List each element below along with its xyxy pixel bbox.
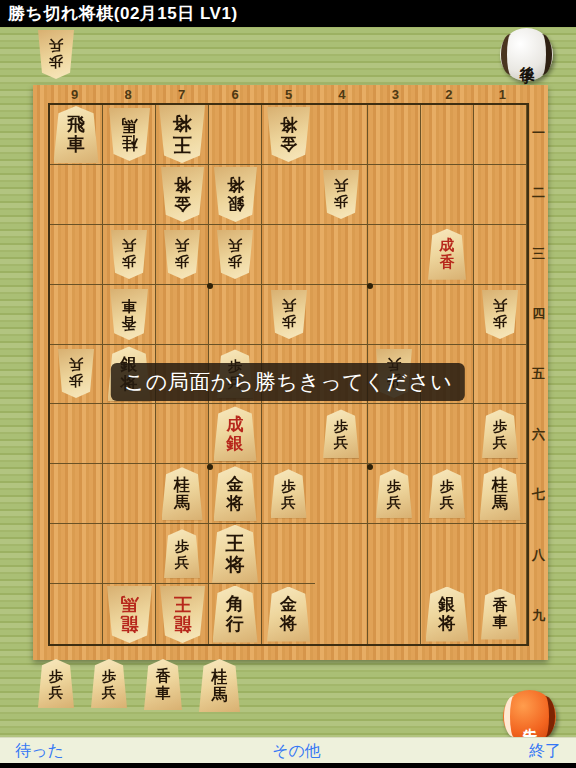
piece-gote-歩兵[interactable]: 歩兵 <box>323 170 359 219</box>
board-cell[interactable] <box>50 225 103 285</box>
board-cell[interactable]: 歩兵 <box>262 285 315 345</box>
board-cell[interactable]: 歩兵 <box>262 464 315 524</box>
rank-label: 一 <box>529 103 548 163</box>
board-cell[interactable] <box>50 165 103 225</box>
piece-gote-歩兵[interactable]: 歩兵 <box>271 290 307 339</box>
board-cell[interactable] <box>103 404 156 464</box>
piece-gote-龍馬[interactable]: 龍馬 <box>107 586 152 643</box>
board-cell[interactable]: 王将 <box>209 524 262 584</box>
piece-gote-歩兵[interactable]: 歩兵 <box>217 230 253 279</box>
board-cell[interactable]: 歩兵 <box>50 345 103 405</box>
board-cell[interactable] <box>474 165 527 225</box>
rank-label: 九 <box>529 586 548 646</box>
file-label: 7 <box>155 85 208 103</box>
rank-label: 五 <box>529 344 548 404</box>
piece-sente-桂馬[interactable]: 桂馬 <box>162 467 203 520</box>
piece-sente-角行[interactable]: 角行 <box>213 586 258 643</box>
gote-captured-tray: 歩兵 <box>38 30 74 79</box>
gote-player-badge: 後手 <box>500 28 553 81</box>
board-cell[interactable]: 桂馬 <box>474 464 527 524</box>
piece-gote-銀将[interactable]: 銀将 <box>214 167 257 222</box>
board-cell[interactable] <box>262 404 315 464</box>
sente-player-badge: 先手 <box>503 690 556 743</box>
piece-gote-歩兵[interactable]: 歩兵 <box>164 230 200 279</box>
piece-gote-龍王[interactable]: 龍王 <box>160 586 205 643</box>
board-cell[interactable] <box>474 105 527 165</box>
board-cell[interactable]: 金将 <box>262 105 315 165</box>
board-cell[interactable] <box>421 105 474 165</box>
rank-label: 二 <box>529 163 548 223</box>
rank-label: 六 <box>529 405 548 465</box>
puzzle-instruction-overlay: この局面から勝ちきってください <box>111 363 465 401</box>
board-cell[interactable] <box>209 105 262 165</box>
board-cell[interactable] <box>368 584 421 644</box>
piece-gote-金将[interactable]: 金将 <box>267 107 310 162</box>
star-point <box>207 283 213 289</box>
rank-label: 三 <box>529 224 548 284</box>
board-cell[interactable]: 龍馬 <box>103 584 156 644</box>
board-cell[interactable] <box>474 345 527 405</box>
board-cell[interactable] <box>156 285 209 345</box>
board-cell[interactable] <box>421 285 474 345</box>
piece-sente-香車[interactable]: 香車 <box>481 589 519 640</box>
board-cell[interactable]: 銀将 <box>209 165 262 225</box>
board-cell[interactable] <box>368 225 421 285</box>
sente-captured-tray: 歩兵歩兵香車桂馬 <box>38 659 240 712</box>
board-cell[interactable] <box>474 524 527 584</box>
piece-gote-歩兵[interactable]: 歩兵 <box>482 290 518 339</box>
board-cell[interactable] <box>315 285 368 345</box>
board-cell[interactable]: 飛車 <box>50 105 103 165</box>
board-cell[interactable]: 龍王 <box>156 584 209 644</box>
file-label: 6 <box>208 85 261 103</box>
file-label: 4 <box>315 85 368 103</box>
piece-sente-金将[interactable]: 金将 <box>214 466 257 521</box>
piece-sente-歩兵[interactable]: 歩兵 <box>323 409 359 458</box>
board-cell[interactable] <box>315 225 368 285</box>
board-cell[interactable] <box>103 165 156 225</box>
piece-sente-歩兵[interactable]: 歩兵 <box>429 469 465 518</box>
piece-sente-歩兵[interactable]: 歩兵 <box>91 659 127 708</box>
file-label: 2 <box>422 85 475 103</box>
board-cell[interactable]: 成香 <box>421 225 474 285</box>
board-cell[interactable] <box>262 165 315 225</box>
board-cell[interactable] <box>50 404 103 464</box>
board-cell[interactable]: 歩兵 <box>368 464 421 524</box>
rank-label: 七 <box>529 465 548 525</box>
board-cell[interactable] <box>315 584 368 644</box>
board-cell[interactable]: 銀将 <box>421 584 474 644</box>
piece-sente-歩兵[interactable]: 歩兵 <box>376 469 412 518</box>
board-cell[interactable] <box>262 524 315 584</box>
file-label: 5 <box>262 85 315 103</box>
board-cell[interactable] <box>103 464 156 524</box>
board-cell[interactable]: 歩兵 <box>103 225 156 285</box>
piece-gote-歩兵[interactable]: 歩兵 <box>111 230 147 279</box>
board-cell[interactable]: 金将 <box>156 165 209 225</box>
piece-gote-歩兵[interactable]: 歩兵 <box>58 349 94 398</box>
piece-sente-歩兵[interactable]: 歩兵 <box>271 469 307 518</box>
piece-sente-成銀[interactable]: 成銀 <box>214 406 257 461</box>
piece-sente-香車[interactable]: 香車 <box>144 659 182 710</box>
board-cell[interactable]: 歩兵 <box>474 285 527 345</box>
board-cell[interactable]: 桂馬 <box>156 464 209 524</box>
quit-button[interactable]: 終了 <box>514 741 576 762</box>
board-cell[interactable]: 歩兵 <box>474 404 527 464</box>
board-cell[interactable]: 金将 <box>209 464 262 524</box>
gote-badge-label: 後手 <box>517 54 536 56</box>
undo-button[interactable]: 待った <box>0 741 79 762</box>
board-cell[interactable] <box>421 165 474 225</box>
board-cell[interactable] <box>156 404 209 464</box>
rank-coordinate-labels: 一二三四五六七八九 <box>529 103 548 646</box>
piece-gote-王将[interactable]: 王将 <box>159 105 205 163</box>
piece-sente-桂馬[interactable]: 桂馬 <box>199 659 240 712</box>
file-coordinate-labels: 987654321 <box>48 85 529 103</box>
piece-sente-歩兵[interactable]: 歩兵 <box>482 409 518 458</box>
home-indicator-strip <box>0 763 576 768</box>
piece-sente-王将[interactable]: 王将 <box>212 525 258 583</box>
board-cell[interactable]: 角行 <box>209 584 262 644</box>
piece-sente-歩兵[interactable]: 歩兵 <box>164 529 200 578</box>
board-cell[interactable] <box>315 105 368 165</box>
board-cell[interactable] <box>50 285 103 345</box>
file-label: 1 <box>476 85 529 103</box>
file-label: 8 <box>101 85 154 103</box>
board-cell[interactable]: 成銀 <box>209 404 262 464</box>
file-label: 3 <box>369 85 422 103</box>
piece-gote-金将[interactable]: 金将 <box>161 167 204 222</box>
board-cell[interactable] <box>262 225 315 285</box>
app-screen: 勝ち切れ将棋(02月15日 LV1) 歩兵 後手 987654321 一二三四五… <box>0 0 576 768</box>
sente-badge-label: 先手 <box>520 716 539 718</box>
board-cell[interactable]: 王将 <box>156 105 209 165</box>
board-cell[interactable]: 金将 <box>262 584 315 644</box>
piece-gote-桂馬[interactable]: 桂馬 <box>109 108 150 161</box>
board-cell[interactable] <box>368 165 421 225</box>
rank-label: 四 <box>529 284 548 344</box>
board-cell[interactable]: 歩兵 <box>421 464 474 524</box>
board-cell[interactable] <box>50 464 103 524</box>
puzzle-instruction-text: この局面から勝ちきってください <box>124 370 452 393</box>
board-cell[interactable] <box>421 404 474 464</box>
board-cell[interactable]: 歩兵 <box>315 165 368 225</box>
board-cell[interactable] <box>368 105 421 165</box>
board-cell[interactable] <box>474 225 527 285</box>
board-cell[interactable] <box>368 404 421 464</box>
piece-sente-飛車[interactable]: 飛車 <box>54 106 99 163</box>
star-point <box>207 464 213 470</box>
board-cell[interactable] <box>50 584 103 644</box>
board-cell[interactable]: 桂馬 <box>103 105 156 165</box>
board-cell[interactable] <box>103 524 156 584</box>
rank-label: 八 <box>529 525 548 585</box>
board-cell[interactable]: 香車 <box>103 285 156 345</box>
board-cell[interactable]: 歩兵 <box>156 524 209 584</box>
board-cell[interactable] <box>421 524 474 584</box>
board-cell[interactable] <box>315 464 368 524</box>
piece-gote-歩兵[interactable]: 歩兵 <box>38 30 74 79</box>
star-point <box>367 283 373 289</box>
other-menu-button[interactable]: その他 <box>257 741 336 762</box>
piece-sente-銀将[interactable]: 銀将 <box>426 587 469 642</box>
board-cell[interactable]: 歩兵 <box>209 225 262 285</box>
piece-sente-成香[interactable]: 成香 <box>428 229 466 280</box>
page-title: 勝ち切れ将棋(02月15日 LV1) <box>0 2 238 25</box>
piece-sente-金将[interactable]: 金将 <box>267 587 310 642</box>
board-cell[interactable] <box>368 524 421 584</box>
board-cell[interactable] <box>368 285 421 345</box>
star-point <box>367 464 373 470</box>
piece-gote-香車[interactable]: 香車 <box>110 289 148 340</box>
board-cell[interactable] <box>50 524 103 584</box>
piece-sente-桂馬[interactable]: 桂馬 <box>480 467 521 520</box>
board-cell[interactable] <box>209 285 262 345</box>
status-bar: 勝ち切れ将棋(02月15日 LV1) <box>0 0 576 27</box>
board-cell[interactable]: 歩兵 <box>315 404 368 464</box>
board-cell[interactable]: 歩兵 <box>156 225 209 285</box>
file-label: 9 <box>48 85 101 103</box>
bottom-toolbar: 待った その他 終了 <box>0 737 576 764</box>
piece-sente-歩兵[interactable]: 歩兵 <box>38 659 74 708</box>
board-cell[interactable]: 香車 <box>474 584 527 644</box>
board-cell[interactable] <box>315 524 368 584</box>
